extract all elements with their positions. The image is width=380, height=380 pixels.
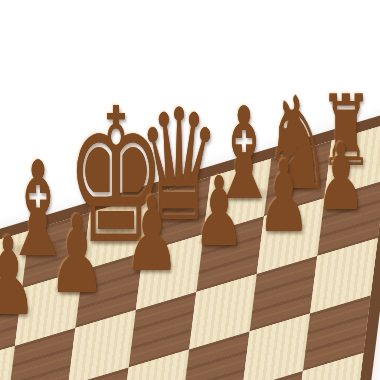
photo-stage: ♝♚♛♝♞♜♟♟♟♟♟♟ <box>0 0 380 380</box>
pawn-glyph: ♟ <box>48 202 106 309</box>
pawn-glyph: ♟ <box>0 223 37 331</box>
pawn-glyph: ♟ <box>124 183 179 286</box>
pawn-glyph: ♟ <box>257 147 310 246</box>
pawn-glyph: ♟ <box>193 164 245 260</box>
pieces-layer: ♝♚♛♝♞♜♟♟♟♟♟♟ <box>0 0 380 380</box>
pawn-glyph: ♟ <box>316 132 365 224</box>
